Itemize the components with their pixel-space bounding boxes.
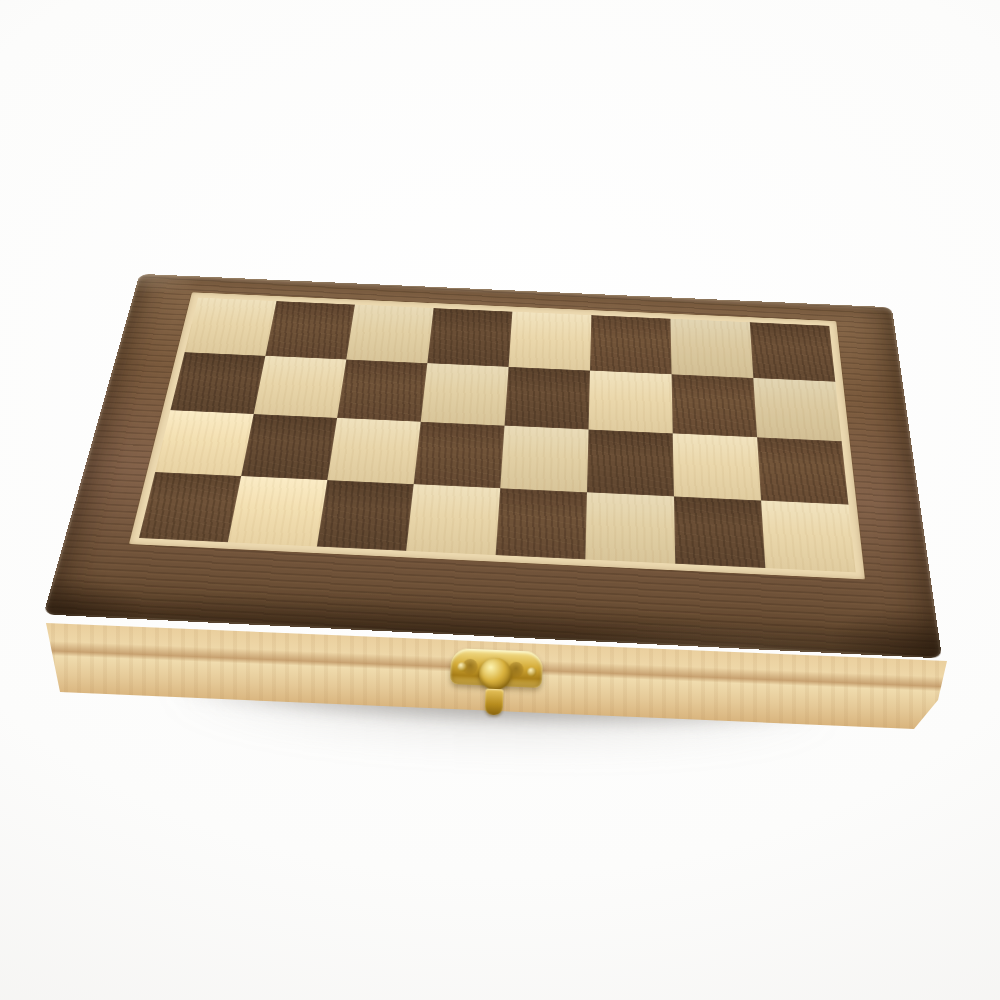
clasp-hook [485, 689, 504, 716]
board-square-light [753, 378, 841, 441]
board-square-light [346, 305, 433, 364]
board-square-dark [496, 488, 587, 559]
board-square-dark [590, 315, 672, 374]
board-square-dark [317, 480, 414, 551]
board-square-light [421, 363, 509, 425]
board-square-light [155, 410, 253, 476]
board-square-dark [241, 414, 337, 480]
board-square-dark [265, 301, 355, 359]
board-square-dark [139, 472, 241, 542]
board-square-dark [505, 367, 590, 430]
board-square-light [185, 298, 277, 356]
board-square-dark [587, 430, 674, 497]
board-square-dark [672, 374, 758, 437]
maple-inlay-border [129, 292, 865, 579]
board-square-light [509, 312, 592, 371]
board-square-light [228, 476, 328, 546]
board-square-light [589, 371, 673, 434]
chess-box-lid [88, 204, 918, 691]
board-square-light [670, 319, 753, 378]
board-square-dark [750, 322, 835, 381]
walnut-frame [43, 274, 942, 659]
board-square-light [500, 426, 588, 493]
board-square-light [673, 433, 761, 500]
scene [0, 0, 1000, 1000]
board-square-dark [674, 496, 765, 568]
board-square-dark [757, 437, 848, 504]
board-square-dark [170, 352, 265, 414]
checkerboard [139, 298, 856, 573]
board-square-light [585, 492, 675, 563]
board-square-light [761, 501, 856, 573]
board-square-light [327, 418, 420, 484]
brass-clasp [444, 640, 547, 722]
board-square-dark [427, 308, 512, 367]
board-square-dark [337, 360, 427, 422]
board-square-dark [414, 422, 505, 488]
board-square-light [254, 356, 347, 418]
board-square-light [406, 484, 500, 555]
